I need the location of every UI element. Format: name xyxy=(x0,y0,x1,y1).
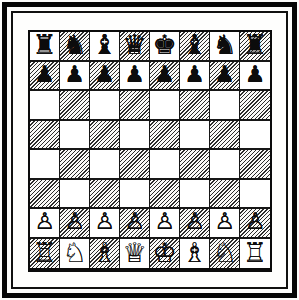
square-b6[interactable] xyxy=(60,91,90,121)
piece-black-queen: ♛ xyxy=(122,31,146,58)
square-h2[interactable]: ♙ xyxy=(240,209,270,239)
square-a5[interactable] xyxy=(30,121,60,151)
square-h5[interactable] xyxy=(240,121,270,151)
square-g6[interactable] xyxy=(210,91,240,121)
square-e3[interactable] xyxy=(150,180,180,210)
piece-black-bishop: ♝ xyxy=(92,31,116,58)
square-e8[interactable]: ♚ xyxy=(150,32,180,62)
piece-white-king: ♔ xyxy=(152,239,176,266)
square-c2[interactable]: ♙ xyxy=(90,209,120,239)
square-a3[interactable] xyxy=(30,180,60,210)
piece-white-pawn: ♙ xyxy=(245,210,266,233)
square-d6[interactable] xyxy=(120,91,150,121)
square-a7[interactable]: ♟ xyxy=(30,62,60,92)
square-g8[interactable]: ♞ xyxy=(210,32,240,62)
square-c8[interactable]: ♝ xyxy=(90,32,120,62)
square-h4[interactable] xyxy=(240,150,270,180)
piece-black-pawn: ♟ xyxy=(34,63,55,86)
square-f8[interactable]: ♝ xyxy=(180,32,210,62)
square-d7[interactable]: ♟ xyxy=(120,62,150,92)
piece-white-pawn: ♙ xyxy=(124,210,145,233)
square-f7[interactable]: ♟ xyxy=(180,62,210,92)
square-f2[interactable]: ♙ xyxy=(180,209,210,239)
square-h8[interactable]: ♜ xyxy=(240,32,270,62)
piece-black-bishop: ♝ xyxy=(182,31,206,58)
square-e4[interactable] xyxy=(150,150,180,180)
square-b4[interactable] xyxy=(60,150,90,180)
square-g5[interactable] xyxy=(210,121,240,151)
square-h7[interactable]: ♟ xyxy=(240,62,270,92)
square-d3[interactable] xyxy=(120,180,150,210)
piece-white-pawn: ♙ xyxy=(34,210,55,233)
vintage-chess-illustration: ♜♞♝♛♚♝♞♜♟♟♟♟♟♟♟♟♙♙♙♙♙♙♙♙♖♘♗♕♔♗♘♖ xyxy=(0,0,299,300)
square-d2[interactable]: ♙ xyxy=(120,209,150,239)
square-a4[interactable] xyxy=(30,150,60,180)
piece-black-knight: ♞ xyxy=(62,31,86,58)
square-c4[interactable] xyxy=(90,150,120,180)
square-e5[interactable] xyxy=(150,121,180,151)
piece-black-knight: ♞ xyxy=(212,31,236,58)
square-c3[interactable] xyxy=(90,180,120,210)
square-f6[interactable] xyxy=(180,91,210,121)
piece-white-pawn: ♙ xyxy=(154,210,175,233)
square-e6[interactable] xyxy=(150,91,180,121)
piece-white-knight: ♘ xyxy=(62,239,86,266)
square-a8[interactable]: ♜ xyxy=(30,32,60,62)
square-d4[interactable] xyxy=(120,150,150,180)
square-d8[interactable]: ♛ xyxy=(120,32,150,62)
piece-black-pawn: ♟ xyxy=(64,63,85,86)
square-c6[interactable] xyxy=(90,91,120,121)
piece-white-pawn: ♙ xyxy=(184,210,205,233)
square-f5[interactable] xyxy=(180,121,210,151)
piece-white-rook: ♖ xyxy=(243,239,267,266)
square-b3[interactable] xyxy=(60,180,90,210)
square-a2[interactable]: ♙ xyxy=(30,209,60,239)
piece-black-pawn: ♟ xyxy=(184,63,205,86)
square-g3[interactable] xyxy=(210,180,240,210)
square-e2[interactable]: ♙ xyxy=(150,209,180,239)
square-e7[interactable]: ♟ xyxy=(150,62,180,92)
square-c5[interactable] xyxy=(90,121,120,151)
square-f3[interactable] xyxy=(180,180,210,210)
piece-white-pawn: ♙ xyxy=(94,210,115,233)
piece-white-pawn: ♙ xyxy=(214,210,235,233)
square-g7[interactable]: ♟ xyxy=(210,62,240,92)
piece-white-knight: ♘ xyxy=(212,239,236,266)
piece-black-pawn: ♟ xyxy=(94,63,115,86)
square-h3[interactable] xyxy=(240,180,270,210)
square-e1[interactable]: ♔ xyxy=(150,239,180,269)
square-b7[interactable]: ♟ xyxy=(60,62,90,92)
piece-white-bishop: ♗ xyxy=(92,239,116,266)
square-c1[interactable]: ♗ xyxy=(90,239,120,269)
piece-white-pawn: ♙ xyxy=(64,210,85,233)
piece-white-queen: ♕ xyxy=(122,239,146,266)
square-d1[interactable]: ♕ xyxy=(120,239,150,269)
square-h1[interactable]: ♖ xyxy=(240,239,270,269)
square-b2[interactable]: ♙ xyxy=(60,209,90,239)
square-f1[interactable]: ♗ xyxy=(180,239,210,269)
square-b5[interactable] xyxy=(60,121,90,151)
square-f4[interactable] xyxy=(180,150,210,180)
square-g1[interactable]: ♘ xyxy=(210,239,240,269)
square-g2[interactable]: ♙ xyxy=(210,209,240,239)
square-a6[interactable] xyxy=(30,91,60,121)
square-a1[interactable]: ♖ xyxy=(30,239,60,269)
piece-black-rook: ♜ xyxy=(32,31,56,58)
square-g4[interactable] xyxy=(210,150,240,180)
piece-black-pawn: ♟ xyxy=(154,63,175,86)
piece-white-bishop: ♗ xyxy=(182,239,206,266)
square-b8[interactable]: ♞ xyxy=(60,32,90,62)
square-c7[interactable]: ♟ xyxy=(90,62,120,92)
piece-black-rook: ♜ xyxy=(243,31,267,58)
chess-board: ♜♞♝♛♚♝♞♜♟♟♟♟♟♟♟♟♙♙♙♙♙♙♙♙♖♘♗♕♔♗♘♖ xyxy=(28,30,272,272)
piece-black-pawn: ♟ xyxy=(214,63,235,86)
piece-black-king: ♚ xyxy=(152,31,176,58)
piece-black-pawn: ♟ xyxy=(124,63,145,86)
piece-white-rook: ♖ xyxy=(32,239,56,266)
square-h6[interactable] xyxy=(240,91,270,121)
square-d5[interactable] xyxy=(120,121,150,151)
square-b1[interactable]: ♘ xyxy=(60,239,90,269)
piece-black-pawn: ♟ xyxy=(245,63,266,86)
